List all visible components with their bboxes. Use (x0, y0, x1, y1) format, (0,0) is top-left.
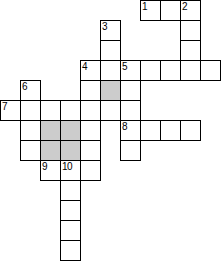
shaded-cell-r6c3 (60, 120, 81, 141)
answer-cell-r0c8[interactable] (160, 0, 181, 21)
answer-cell-r7c1[interactable] (20, 140, 41, 161)
answer-cell-r7c6[interactable] (120, 140, 141, 161)
shaded-cell-r6c2 (40, 120, 61, 141)
shaded-cell-r7c3 (60, 140, 81, 161)
answer-cell-r0c9[interactable] (180, 0, 201, 21)
answer-cell-r7c4[interactable] (80, 140, 101, 161)
answer-cell-r0c7[interactable] (140, 0, 161, 21)
answer-cell-r3c4[interactable] (80, 60, 101, 81)
shaded-cell-r7c2 (40, 140, 61, 161)
answer-cell-r3c9[interactable] (180, 60, 201, 81)
answer-cell-r3c8[interactable] (160, 60, 181, 81)
answer-cell-r8c3[interactable] (60, 160, 81, 181)
answer-cell-r4c6[interactable] (120, 80, 141, 101)
answer-cell-r3c5[interactable] (100, 60, 121, 81)
answer-cell-r5c1[interactable] (20, 100, 41, 121)
answer-cell-r5c0[interactable] (0, 100, 21, 121)
answer-cell-r5c2[interactable] (40, 100, 61, 121)
answer-cell-r2c5[interactable] (100, 40, 121, 61)
answer-cell-r5c3[interactable] (60, 100, 81, 121)
answer-cell-r10c3[interactable] (60, 200, 81, 221)
answer-cell-r6c1[interactable] (20, 120, 41, 141)
answer-cell-r6c8[interactable] (160, 120, 181, 141)
answer-cell-r2c9[interactable] (180, 40, 201, 61)
answer-cell-r6c4[interactable] (80, 120, 101, 141)
answer-cell-r12c3[interactable] (60, 240, 81, 261)
crossword-grid: 12345678910 (0, 0, 221, 261)
answer-cell-r11c3[interactable] (60, 220, 81, 241)
answer-cell-r6c7[interactable] (140, 120, 161, 141)
answer-cell-r3c10[interactable] (200, 60, 221, 81)
answer-cell-r5c4[interactable] (80, 100, 101, 121)
answer-cell-r9c3[interactable] (60, 180, 81, 201)
answer-cell-r5c5[interactable] (100, 100, 121, 121)
answer-cell-r3c7[interactable] (140, 60, 161, 81)
answer-cell-r6c6[interactable] (120, 120, 141, 141)
answer-cell-r3c6[interactable] (120, 60, 141, 81)
answer-cell-r4c1[interactable] (20, 80, 41, 101)
shaded-cell-r4c5 (100, 80, 121, 101)
answer-cell-r8c2[interactable] (40, 160, 61, 181)
answer-cell-r8c4[interactable] (80, 160, 101, 181)
answer-cell-r5c6[interactable] (120, 100, 141, 121)
answer-cell-r1c9[interactable] (180, 20, 201, 41)
answer-cell-r1c5[interactable] (100, 20, 121, 41)
answer-cell-r6c9[interactable] (180, 120, 201, 141)
answer-cell-r4c4[interactable] (80, 80, 101, 101)
